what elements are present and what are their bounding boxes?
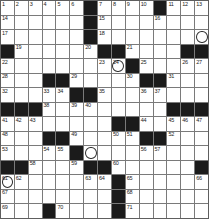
clue-number: 6 — [71, 2, 74, 8]
cell-r14c0[interactable]: 69 — [1, 204, 14, 218]
cell-r1c8[interactable] — [112, 16, 125, 30]
clue-number: 2 — [16, 2, 19, 8]
cell-r10c7[interactable] — [98, 146, 111, 160]
cell-r1c2[interactable] — [29, 16, 42, 30]
clue-number: 44 — [141, 118, 147, 124]
cell-r1c3[interactable] — [43, 16, 56, 30]
clue-number: 3 — [30, 2, 33, 8]
cell-r14c1[interactable] — [15, 204, 28, 218]
cell-r4c2[interactable] — [29, 59, 42, 73]
clue-number: 43 — [30, 118, 36, 124]
clue-number: 26 — [182, 60, 188, 66]
cell-r7c8[interactable] — [112, 103, 125, 117]
cell-r0c5[interactable]: 6 — [70, 1, 83, 15]
cell-r7c5[interactable]: 39 — [70, 103, 83, 117]
cell-r3c10[interactable] — [140, 45, 153, 59]
cell-r7c6[interactable]: 40 — [84, 103, 97, 117]
clue-number: 52 — [168, 132, 174, 138]
cell-r9c13[interactable] — [181, 132, 194, 146]
cell-r1c6 — [84, 16, 97, 30]
cell-r10c9[interactable] — [126, 146, 139, 160]
cell-r14c3 — [43, 204, 56, 218]
clue-number: 21 — [127, 45, 133, 51]
cell-r0c4[interactable]: 5 — [56, 1, 69, 15]
cell-r6c9[interactable] — [126, 88, 139, 102]
cell-r0c10[interactable]: 10 — [140, 1, 153, 15]
clue-number: 16 — [155, 16, 161, 22]
cell-r7c0 — [1, 103, 14, 117]
clue-number: 31 — [168, 74, 174, 80]
clue-number: 38 — [44, 103, 50, 109]
cell-r8c10[interactable]: 44 — [140, 117, 153, 131]
cell-r11c4[interactable] — [56, 161, 69, 175]
cell-r7c11[interactable] — [154, 103, 167, 117]
clue-number: 10 — [141, 2, 147, 8]
clue-number: 24 — [113, 60, 119, 66]
cell-r4c4[interactable] — [56, 59, 69, 73]
cell-r4c5[interactable] — [70, 59, 83, 73]
cell-r0c14[interactable]: 13 — [195, 1, 208, 15]
cell-r11c5[interactable]: 59 — [70, 161, 83, 175]
cell-r10c6[interactable] — [84, 146, 97, 160]
cell-r3c2[interactable] — [29, 45, 42, 59]
cell-r5c6[interactable] — [84, 74, 97, 88]
cell-r11c2[interactable]: 58 — [29, 161, 42, 175]
cell-r8c1[interactable]: 42 — [15, 117, 28, 131]
cell-r4c3[interactable] — [43, 59, 56, 73]
clue-number: 28 — [2, 74, 8, 80]
cell-r11c13[interactable] — [181, 161, 194, 175]
cell-r10c0[interactable]: 53 — [1, 146, 14, 160]
cell-r6c14[interactable] — [195, 88, 208, 102]
cell-r14c4[interactable]: 70 — [56, 204, 69, 218]
clue-number: 42 — [16, 118, 22, 124]
cell-r8c5[interactable] — [70, 117, 83, 131]
clue-number: 54 — [44, 147, 50, 153]
clue-number: 23 — [99, 60, 105, 66]
cell-r11c11[interactable] — [154, 161, 167, 175]
clue-number: 48 — [2, 132, 8, 138]
cell-r0c12[interactable]: 11 — [167, 1, 180, 15]
cell-r3c7 — [98, 45, 111, 59]
clue-number: 53 — [2, 147, 8, 153]
clue-number: 37 — [155, 89, 161, 95]
cell-r9c8[interactable]: 50 — [112, 132, 125, 146]
cell-r1c0[interactable]: 14 — [1, 16, 14, 30]
clue-number: 13 — [196, 2, 202, 8]
cell-r2c10[interactable] — [140, 30, 153, 44]
clue-number: 64 — [99, 176, 105, 182]
cell-r6c6 — [84, 88, 97, 102]
clue-number: 4 — [44, 2, 47, 8]
cell-r7c3[interactable]: 38 — [43, 103, 56, 117]
cell-r9c5[interactable]: 49 — [70, 132, 83, 146]
cell-r12c9[interactable]: 65 — [126, 175, 139, 189]
cell-r5c7[interactable] — [98, 74, 111, 88]
cell-r12c5[interactable] — [70, 175, 83, 189]
clue-number: 71 — [127, 205, 133, 211]
clue-number: 22 — [2, 60, 8, 66]
circle-marker — [85, 147, 97, 160]
cell-r10c1[interactable] — [15, 146, 28, 160]
cell-r14c10[interactable] — [140, 204, 153, 218]
cell-r2c5[interactable] — [70, 30, 83, 44]
cell-r6c3[interactable]: 33 — [43, 88, 56, 102]
clue-number: 58 — [30, 161, 36, 167]
cell-r6c1[interactable] — [15, 88, 28, 102]
cell-r8c11[interactable] — [154, 117, 167, 131]
clue-number: 57 — [155, 147, 161, 153]
cell-r12c13[interactable] — [181, 175, 194, 189]
cell-r12c4[interactable] — [56, 175, 69, 189]
clue-number: 66 — [196, 176, 202, 182]
clue-number: 46 — [182, 118, 188, 124]
clue-number: 5 — [57, 2, 60, 8]
cell-r0c3[interactable]: 4 — [43, 1, 56, 15]
cell-r5c14[interactable] — [195, 74, 208, 88]
cell-r1c10[interactable] — [140, 16, 153, 30]
cell-r2c13[interactable] — [181, 30, 194, 44]
cell-r7c12 — [167, 103, 180, 117]
cell-r7c2 — [29, 103, 42, 117]
cell-r3c0 — [1, 45, 14, 59]
clue-number: 29 — [71, 74, 77, 80]
cell-r12c14[interactable]: 66 — [195, 175, 208, 189]
cell-r0c9[interactable]: 9 — [126, 1, 139, 15]
cell-r5c4 — [56, 74, 69, 88]
cell-r4c10[interactable]: 25 — [140, 59, 153, 73]
clue-number: 61 — [2, 176, 8, 182]
cell-r11c9[interactable] — [126, 161, 139, 175]
cell-r12c6[interactable]: 63 — [84, 175, 97, 189]
clue-number: 41 — [2, 118, 8, 124]
clue-number: 47 — [196, 118, 202, 124]
clue-number: 17 — [2, 31, 8, 37]
cell-r3c14 — [195, 45, 208, 59]
cell-r4c8[interactable]: 24 — [112, 59, 125, 73]
cell-r9c12[interactable]: 52 — [167, 132, 180, 146]
clue-number: 55 — [57, 147, 63, 153]
cell-r8c9 — [126, 117, 139, 131]
cell-r8c13[interactable]: 46 — [181, 117, 194, 131]
clue-number: 62 — [16, 176, 22, 182]
cell-r10c10[interactable]: 56 — [140, 146, 153, 160]
clue-number: 34 — [57, 89, 63, 95]
cell-r11c7 — [98, 161, 111, 175]
cell-r8c4[interactable] — [56, 117, 69, 131]
cell-r12c8 — [112, 175, 125, 189]
cell-r7c7[interactable] — [98, 103, 111, 117]
cell-r3c12[interactable] — [167, 45, 180, 59]
cell-r13c11[interactable] — [154, 190, 167, 204]
clue-number: 20 — [85, 45, 91, 51]
cell-r1c4[interactable] — [56, 16, 69, 30]
cell-r5c12[interactable]: 31 — [167, 74, 180, 88]
cell-r1c13[interactable] — [181, 16, 194, 30]
cell-r4c0[interactable]: 22 — [1, 59, 14, 73]
cell-r3c1[interactable]: 19 — [15, 45, 28, 59]
cell-r5c2[interactable] — [29, 74, 42, 88]
cell-r6c12[interactable] — [167, 88, 180, 102]
cell-r8c14[interactable]: 47 — [195, 117, 208, 131]
cell-r9c14[interactable] — [195, 132, 208, 146]
cell-r5c0[interactable]: 28 — [1, 74, 14, 88]
cell-r5c8[interactable] — [112, 74, 125, 88]
clue-number: 56 — [141, 147, 147, 153]
cell-r6c11[interactable]: 37 — [154, 88, 167, 102]
cell-r13c7[interactable] — [98, 190, 111, 204]
cell-r12c3[interactable] — [43, 175, 56, 189]
clue-number: 68 — [127, 190, 133, 196]
cell-r11c14 — [195, 161, 208, 175]
cell-r14c2[interactable] — [29, 204, 42, 218]
cell-r12c11[interactable] — [154, 175, 167, 189]
cell-r9c4 — [56, 132, 69, 146]
clue-number: 39 — [71, 103, 77, 109]
cell-r0c2[interactable]: 3 — [29, 1, 42, 15]
cell-r10c3[interactable]: 54 — [43, 146, 56, 160]
cell-r9c9[interactable]: 51 — [126, 132, 139, 146]
cell-r4c13[interactable]: 26 — [181, 59, 194, 73]
cell-r0c8[interactable]: 8 — [112, 1, 125, 15]
clue-number: 49 — [71, 132, 77, 138]
clue-number: 19 — [16, 45, 22, 51]
cell-r0c11 — [154, 1, 167, 15]
cell-r4c6[interactable] — [84, 59, 97, 73]
cell-r6c13[interactable] — [181, 88, 194, 102]
clue-number: 65 — [127, 176, 133, 182]
cell-r3c5[interactable] — [70, 45, 83, 59]
cell-r2c9[interactable] — [126, 30, 139, 44]
cell-r10c8[interactable] — [112, 146, 125, 160]
clue-number: 7 — [99, 2, 102, 8]
cell-r5c10 — [140, 74, 153, 88]
cell-r2c2[interactable] — [29, 30, 42, 44]
clue-number: 25 — [141, 60, 147, 66]
cell-r1c14[interactable] — [195, 16, 208, 30]
cell-r8c12[interactable]: 45 — [167, 117, 180, 131]
cell-r1c7[interactable]: 15 — [98, 16, 111, 30]
cell-r1c1[interactable] — [15, 16, 28, 30]
cell-r14c11[interactable] — [154, 204, 167, 218]
cell-r1c12[interactable] — [167, 16, 180, 30]
cell-r0c7[interactable]: 7 — [98, 1, 111, 15]
cell-r14c13[interactable] — [181, 204, 194, 218]
cell-r8c6[interactable] — [84, 117, 97, 131]
cell-r3c3[interactable] — [43, 45, 56, 59]
cell-r13c14[interactable] — [195, 190, 208, 204]
cell-r10c5 — [70, 146, 83, 160]
cell-r0c6 — [84, 1, 97, 15]
cell-r5c3 — [43, 74, 56, 88]
clue-number: 8 — [113, 2, 116, 8]
clue-number: 11 — [168, 2, 173, 8]
cell-r11c12[interactable] — [167, 161, 180, 175]
cell-r8c0[interactable]: 41 — [1, 117, 14, 131]
cell-r5c13[interactable] — [181, 74, 194, 88]
cell-r13c1[interactable] — [15, 190, 28, 204]
cell-r11c8[interactable]: 60 — [112, 161, 125, 175]
cell-r4c12[interactable] — [167, 59, 180, 73]
cell-r2c12[interactable] — [167, 30, 180, 44]
cell-r9c3 — [43, 132, 56, 146]
clue-number: 70 — [57, 205, 63, 211]
cell-r13c12[interactable] — [167, 190, 180, 204]
clue-number: 63 — [85, 176, 91, 182]
cell-r12c10[interactable] — [140, 175, 153, 189]
cell-r6c4[interactable]: 34 — [56, 88, 69, 102]
cell-r6c10[interactable]: 36 — [140, 88, 153, 102]
cell-r13c4[interactable] — [56, 190, 69, 204]
cell-r4c7[interactable]: 23 — [98, 59, 111, 73]
cell-r12c2[interactable] — [29, 175, 42, 189]
crossword-board: 1234567891011121314151617181920212223242… — [0, 0, 209, 219]
cell-r13c10[interactable] — [140, 190, 153, 204]
cell-r9c7[interactable] — [98, 132, 111, 146]
cell-r10c2[interactable] — [29, 146, 42, 160]
cell-r11c0 — [1, 161, 14, 175]
cell-r14c12[interactable] — [167, 204, 180, 218]
cell-r10c12[interactable] — [167, 146, 180, 160]
cell-r8c3[interactable] — [43, 117, 56, 131]
cell-r9c0[interactable]: 48 — [1, 132, 14, 146]
cell-r0c13[interactable]: 12 — [181, 1, 194, 15]
cell-r10c4[interactable]: 55 — [56, 146, 69, 160]
cell-r2c6 — [84, 30, 97, 44]
cell-r8c8 — [112, 117, 125, 131]
cell-r10c14[interactable] — [195, 146, 208, 160]
cell-r0c0[interactable]: 1 — [1, 1, 14, 15]
cell-r1c11[interactable]: 16 — [154, 16, 167, 30]
cell-r13c13[interactable] — [181, 190, 194, 204]
clue-number: 27 — [196, 60, 202, 66]
cell-r11c10[interactable] — [140, 161, 153, 175]
cell-r9c6[interactable] — [84, 132, 97, 146]
clue-number: 51 — [127, 132, 133, 138]
cell-r6c2[interactable] — [29, 88, 42, 102]
cell-r10c13[interactable] — [181, 146, 194, 160]
cell-r3c9[interactable]: 21 — [126, 45, 139, 59]
cell-r8c2[interactable]: 43 — [29, 117, 42, 131]
cell-r12c12[interactable] — [167, 175, 180, 189]
cell-r5c5[interactable]: 29 — [70, 74, 83, 88]
cell-r6c8[interactable] — [112, 88, 125, 102]
cell-r7c13 — [181, 103, 194, 117]
cell-r4c1[interactable] — [15, 59, 28, 73]
clue-number: 1 — [2, 2, 5, 8]
cell-r2c3[interactable] — [43, 30, 56, 44]
cell-r2c8[interactable] — [112, 30, 125, 44]
cell-r3c11[interactable] — [154, 45, 167, 59]
cell-r7c10[interactable] — [140, 103, 153, 117]
cell-r11c1 — [15, 161, 28, 175]
cell-r14c14[interactable] — [195, 204, 208, 218]
cell-r6c7[interactable]: 35 — [98, 88, 111, 102]
cell-r9c11 — [154, 132, 167, 146]
cell-r2c11[interactable] — [154, 30, 167, 44]
clue-number: 69 — [2, 205, 8, 211]
cell-r2c1[interactable] — [15, 30, 28, 44]
cell-r13c6[interactable] — [84, 190, 97, 204]
cell-r7c1 — [15, 103, 28, 117]
clue-number: 33 — [44, 89, 50, 95]
cell-r6c5 — [70, 88, 83, 102]
cell-r1c5[interactable] — [70, 16, 83, 30]
cell-r2c4[interactable] — [56, 30, 69, 44]
clue-number: 30 — [127, 74, 133, 80]
cell-r13c9[interactable]: 68 — [126, 190, 139, 204]
cell-r13c2[interactable] — [29, 190, 42, 204]
cell-r2c7[interactable]: 18 — [98, 30, 111, 44]
cell-r4c14[interactable]: 27 — [195, 59, 208, 73]
cell-r13c3[interactable] — [43, 190, 56, 204]
cell-r0c1[interactable]: 2 — [15, 1, 28, 15]
cell-r6c0[interactable]: 32 — [1, 88, 14, 102]
clue-number: 14 — [2, 16, 8, 22]
cell-r12c7[interactable]: 64 — [98, 175, 111, 189]
cell-r13c0[interactable]: 67 — [1, 190, 14, 204]
circle-marker — [196, 31, 208, 44]
cell-r9c2[interactable] — [29, 132, 42, 146]
cell-r8c7[interactable] — [98, 117, 111, 131]
cell-r13c8 — [112, 190, 125, 204]
clue-number: 50 — [113, 132, 119, 138]
clue-number: 15 — [99, 16, 105, 22]
cell-r2c0[interactable]: 17 — [1, 30, 14, 44]
clue-number: 32 — [2, 89, 8, 95]
cell-r5c9[interactable]: 30 — [126, 74, 139, 88]
clue-number: 9 — [127, 2, 130, 8]
clue-number: 18 — [99, 31, 105, 37]
cell-r7c4[interactable] — [56, 103, 69, 117]
clue-number: 59 — [71, 161, 77, 167]
cell-r9c1[interactable] — [15, 132, 28, 146]
clue-number: 12 — [182, 2, 188, 8]
cell-r3c4[interactable] — [56, 45, 69, 59]
cell-r7c14 — [195, 103, 208, 117]
clue-number: 60 — [113, 161, 119, 167]
cell-r4c9 — [126, 59, 139, 73]
cell-r14c8 — [112, 204, 125, 218]
cell-r2c14[interactable] — [195, 30, 208, 44]
cell-r5c11 — [154, 74, 167, 88]
cell-r11c6 — [84, 161, 97, 175]
clue-number: 36 — [141, 89, 147, 95]
cell-r11c3[interactable] — [43, 161, 56, 175]
cell-r4c11[interactable] — [154, 59, 167, 73]
cell-r10c11[interactable]: 57 — [154, 146, 167, 160]
clue-number: 35 — [99, 89, 105, 95]
cell-r14c7[interactable] — [98, 204, 111, 218]
clue-number: 67 — [2, 190, 8, 196]
clue-number: 40 — [85, 103, 91, 109]
cell-r9c10 — [140, 132, 153, 146]
cell-r12c0[interactable]: 61 — [1, 175, 14, 189]
cell-r7c9[interactable] — [126, 103, 139, 117]
cell-r3c8 — [112, 45, 125, 59]
cell-r3c13 — [181, 45, 194, 59]
cell-r14c9[interactable]: 71 — [126, 204, 139, 218]
cell-r12c1[interactable]: 62 — [15, 175, 28, 189]
clue-number: 45 — [168, 118, 174, 124]
cell-r14c5[interactable] — [70, 204, 83, 218]
cell-r1c9[interactable] — [126, 16, 139, 30]
cell-r13c5[interactable] — [70, 190, 83, 204]
cell-r3c6[interactable]: 20 — [84, 45, 97, 59]
cell-r14c6[interactable] — [84, 204, 97, 218]
cell-r5c1[interactable] — [15, 74, 28, 88]
